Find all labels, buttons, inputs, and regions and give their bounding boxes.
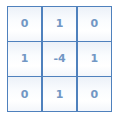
cell-r0c0: 0 bbox=[8, 7, 41, 41]
cell-r0c1: 1 bbox=[43, 7, 76, 41]
matrix-figure: 0 1 0 1 -4 1 0 1 0 bbox=[0, 0, 119, 122]
cell-r1c0: 1 bbox=[8, 42, 41, 76]
number-grid-board: 0 1 0 1 -4 1 0 1 0 bbox=[7, 6, 112, 112]
cell-r2c1: 1 bbox=[43, 77, 76, 111]
cell-r2c2: 0 bbox=[78, 77, 111, 111]
cell-r0c2: 0 bbox=[78, 7, 111, 41]
cell-r2c0: 0 bbox=[8, 77, 41, 111]
cell-r1c1: -4 bbox=[43, 42, 76, 76]
cell-r1c2: 1 bbox=[78, 42, 111, 76]
